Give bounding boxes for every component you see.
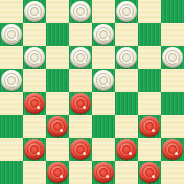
square-f1 [115,161,138,184]
piece-highlight [106,83,109,86]
white-man-piece[interactable] [116,47,137,68]
square-a2 [0,138,23,161]
square-h4[interactable] [161,92,184,115]
piece-highlight [37,106,40,109]
square-g2 [138,138,161,161]
square-a4 [0,92,23,115]
square-c3[interactable] [46,115,69,138]
square-c4 [46,92,69,115]
square-c5[interactable] [46,69,69,92]
red-man-piece[interactable] [93,162,114,183]
square-d2[interactable] [69,138,92,161]
square-f4[interactable] [115,92,138,115]
square-g4 [138,92,161,115]
piece-highlight [129,152,132,155]
red-man-piece[interactable] [139,116,160,137]
piece-highlight [83,152,86,155]
square-d8[interactable] [69,0,92,23]
piece-highlight [106,37,109,40]
piece-highlight [152,175,155,178]
square-d6[interactable] [69,46,92,69]
square-e6 [92,46,115,69]
red-man-piece[interactable] [162,139,183,160]
square-e2 [92,138,115,161]
square-h8[interactable] [161,0,184,23]
piece-highlight [129,14,132,17]
square-f7 [115,23,138,46]
square-a6 [0,46,23,69]
square-g5[interactable] [138,69,161,92]
piece-highlight [129,60,132,63]
red-man-piece[interactable] [24,93,45,114]
piece-highlight [106,175,109,178]
square-c1[interactable] [46,161,69,184]
square-f6[interactable] [115,46,138,69]
red-man-piece[interactable] [139,162,160,183]
piece-highlight [60,129,63,132]
square-g7[interactable] [138,23,161,46]
piece-highlight [37,14,40,17]
square-b6[interactable] [23,46,46,69]
square-f3 [115,115,138,138]
square-a5[interactable] [0,69,23,92]
square-e3[interactable] [92,115,115,138]
square-a7[interactable] [0,23,23,46]
square-b8[interactable] [23,0,46,23]
square-c8 [46,0,69,23]
piece-highlight [83,14,86,17]
square-h7 [161,23,184,46]
square-b3 [23,115,46,138]
piece-highlight [60,175,63,178]
square-f8[interactable] [115,0,138,23]
square-b7 [23,23,46,46]
square-h1 [161,161,184,184]
white-man-piece[interactable] [1,24,22,45]
square-d1 [69,161,92,184]
square-a8 [0,0,23,23]
red-man-piece[interactable] [24,139,45,160]
square-a3[interactable] [0,115,23,138]
piece-highlight [152,129,155,132]
square-g8 [138,0,161,23]
square-d7 [69,23,92,46]
piece-highlight [83,60,86,63]
white-man-piece[interactable] [162,47,183,68]
square-c2 [46,138,69,161]
square-g3[interactable] [138,115,161,138]
square-b1 [23,161,46,184]
checkers-board [0,0,184,184]
piece-highlight [14,83,17,86]
red-man-piece[interactable] [47,162,68,183]
white-man-piece[interactable] [93,70,114,91]
square-b5 [23,69,46,92]
red-man-piece[interactable] [70,139,91,160]
white-man-piece[interactable] [1,70,22,91]
square-h2[interactable] [161,138,184,161]
piece-highlight [37,60,40,63]
square-d4[interactable] [69,92,92,115]
white-man-piece[interactable] [70,1,91,22]
red-man-piece[interactable] [47,116,68,137]
square-e4 [92,92,115,115]
square-a1[interactable] [0,161,23,184]
square-f5 [115,69,138,92]
red-man-piece[interactable] [70,93,91,114]
piece-highlight [175,60,178,63]
white-man-piece[interactable] [93,24,114,45]
red-man-piece[interactable] [116,139,137,160]
square-h5 [161,69,184,92]
square-e1[interactable] [92,161,115,184]
square-c7[interactable] [46,23,69,46]
square-g1[interactable] [138,161,161,184]
square-d3 [69,115,92,138]
white-man-piece[interactable] [116,1,137,22]
square-e8 [92,0,115,23]
piece-highlight [83,106,86,109]
piece-highlight [37,152,40,155]
square-d5 [69,69,92,92]
piece-highlight [14,37,17,40]
square-c6 [46,46,69,69]
square-h6[interactable] [161,46,184,69]
square-g6 [138,46,161,69]
square-e7[interactable] [92,23,115,46]
square-b4[interactable] [23,92,46,115]
white-man-piece[interactable] [70,47,91,68]
square-h3 [161,115,184,138]
white-man-piece[interactable] [24,47,45,68]
square-b2[interactable] [23,138,46,161]
white-man-piece[interactable] [24,1,45,22]
square-f2[interactable] [115,138,138,161]
square-e5[interactable] [92,69,115,92]
piece-highlight [175,152,178,155]
